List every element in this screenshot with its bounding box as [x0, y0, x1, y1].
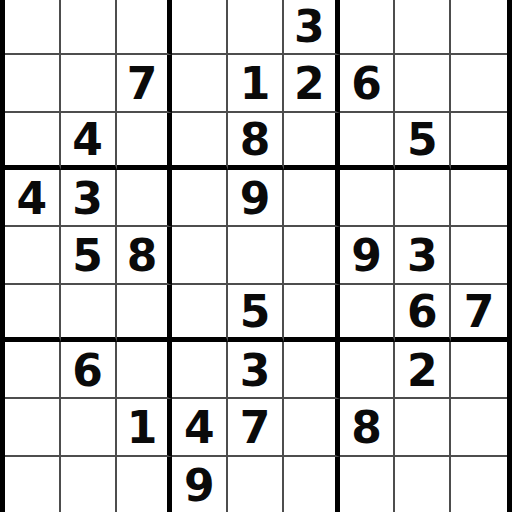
cell-r6c7[interactable]	[340, 285, 396, 342]
cell-r5c7[interactable]: 9	[340, 227, 396, 284]
given-digit: 8	[240, 118, 271, 162]
cell-r3c2[interactable]: 4	[61, 113, 117, 170]
given-digit: 1	[240, 62, 271, 106]
cell-r7c8[interactable]: 2	[395, 342, 451, 399]
cell-r5c3[interactable]: 8	[117, 227, 173, 284]
cell-r9c9[interactable]	[451, 457, 507, 512]
cell-r3c6[interactable]	[284, 113, 340, 170]
cell-r9c1[interactable]	[5, 457, 61, 512]
cell-r6c3[interactable]	[117, 285, 173, 342]
cell-r2c3[interactable]: 7	[117, 55, 173, 112]
cell-r8c1[interactable]	[5, 399, 61, 456]
cell-r8c8[interactable]	[395, 399, 451, 456]
given-digit: 9	[351, 234, 382, 278]
cell-r7c4[interactable]	[172, 342, 228, 399]
cell-r7c9[interactable]	[451, 342, 507, 399]
cell-r8c4[interactable]: 4	[172, 399, 228, 456]
cell-r8c2[interactable]	[61, 399, 117, 456]
given-digit: 3	[72, 177, 103, 221]
cell-r9c3[interactable]	[117, 457, 173, 512]
given-digit: 8	[127, 234, 158, 278]
cell-r1c7[interactable]	[340, 0, 396, 55]
cell-r7c7[interactable]	[340, 342, 396, 399]
cell-r8c3[interactable]: 1	[117, 399, 173, 456]
cell-r8c9[interactable]	[451, 399, 507, 456]
cell-r6c9[interactable]: 7	[451, 285, 507, 342]
given-digit: 7	[127, 62, 158, 106]
cell-r1c6[interactable]: 3	[284, 0, 340, 55]
cell-r2c2[interactable]	[61, 55, 117, 112]
cell-r4c5[interactable]: 9	[228, 170, 284, 227]
cell-r7c1[interactable]	[5, 342, 61, 399]
cell-r5c6[interactable]	[284, 227, 340, 284]
cell-r3c7[interactable]	[340, 113, 396, 170]
given-digit: 6	[407, 290, 438, 334]
cell-r5c2[interactable]: 5	[61, 227, 117, 284]
cell-r6c2[interactable]	[61, 285, 117, 342]
cell-r1c1[interactable]	[5, 0, 61, 55]
cell-r7c2[interactable]: 6	[61, 342, 117, 399]
cell-r6c8[interactable]: 6	[395, 285, 451, 342]
cell-r9c5[interactable]	[228, 457, 284, 512]
given-digit: 5	[240, 290, 271, 334]
given-digit: 3	[407, 234, 438, 278]
cell-r2c1[interactable]	[5, 55, 61, 112]
cell-r3c9[interactable]	[451, 113, 507, 170]
given-digit: 3	[294, 5, 325, 49]
cell-r4c8[interactable]	[395, 170, 451, 227]
cell-r6c4[interactable]	[172, 285, 228, 342]
cell-r3c8[interactable]: 5	[395, 113, 451, 170]
cell-r3c4[interactable]	[172, 113, 228, 170]
cell-r4c2[interactable]: 3	[61, 170, 117, 227]
given-digit: 9	[240, 177, 271, 221]
given-digit: 8	[351, 406, 382, 450]
cell-r3c1[interactable]	[5, 113, 61, 170]
cell-r5c8[interactable]: 3	[395, 227, 451, 284]
given-digit: 4	[184, 406, 215, 450]
given-digit: 4	[72, 118, 103, 162]
cell-r4c9[interactable]	[451, 170, 507, 227]
cell-r2c7[interactable]: 6	[340, 55, 396, 112]
given-digit: 7	[464, 290, 495, 334]
cell-r2c4[interactable]	[172, 55, 228, 112]
cell-r5c4[interactable]	[172, 227, 228, 284]
cell-r7c6[interactable]	[284, 342, 340, 399]
cell-r9c7[interactable]	[340, 457, 396, 512]
cell-r9c4[interactable]: 9	[172, 457, 228, 512]
sudoku-board: 37126485439589356763214789	[0, 0, 512, 512]
given-digit: 5	[407, 118, 438, 162]
given-digit: 4	[17, 177, 48, 221]
cell-r8c6[interactable]	[284, 399, 340, 456]
cell-r1c5[interactable]	[228, 0, 284, 55]
cell-r1c8[interactable]	[395, 0, 451, 55]
cell-r9c8[interactable]	[395, 457, 451, 512]
cell-r4c1[interactable]: 4	[5, 170, 61, 227]
cell-r4c4[interactable]	[172, 170, 228, 227]
cell-r6c1[interactable]	[5, 285, 61, 342]
given-digit: 1	[127, 406, 158, 450]
cell-r4c6[interactable]	[284, 170, 340, 227]
cell-r2c6[interactable]: 2	[284, 55, 340, 112]
cell-r3c5[interactable]: 8	[228, 113, 284, 170]
given-digit: 6	[72, 349, 103, 393]
cell-r4c3[interactable]	[117, 170, 173, 227]
cell-r9c2[interactable]	[61, 457, 117, 512]
cell-r7c5[interactable]: 3	[228, 342, 284, 399]
cell-r2c9[interactable]	[451, 55, 507, 112]
cell-r1c9[interactable]	[451, 0, 507, 55]
given-digit: 2	[294, 62, 325, 106]
cell-r2c5[interactable]: 1	[228, 55, 284, 112]
cell-r8c5[interactable]: 7	[228, 399, 284, 456]
cell-r1c3[interactable]	[117, 0, 173, 55]
cell-r6c5[interactable]: 5	[228, 285, 284, 342]
cell-r1c4[interactable]	[172, 0, 228, 55]
cell-r5c9[interactable]	[451, 227, 507, 284]
cell-r7c3[interactable]	[117, 342, 173, 399]
cell-r3c3[interactable]	[117, 113, 173, 170]
given-digit: 9	[184, 464, 215, 508]
cell-r8c7[interactable]: 8	[340, 399, 396, 456]
cell-r6c6[interactable]	[284, 285, 340, 342]
given-digit: 7	[240, 406, 271, 450]
given-digit: 6	[351, 62, 382, 106]
given-digit: 2	[407, 349, 438, 393]
cell-r4c7[interactable]	[340, 170, 396, 227]
given-digit: 5	[72, 234, 103, 278]
cell-r5c5[interactable]	[228, 227, 284, 284]
cell-r2c8[interactable]	[395, 55, 451, 112]
cell-r1c2[interactable]	[61, 0, 117, 55]
cell-r5c1[interactable]	[5, 227, 61, 284]
cell-r9c6[interactable]	[284, 457, 340, 512]
given-digit: 3	[240, 349, 271, 393]
